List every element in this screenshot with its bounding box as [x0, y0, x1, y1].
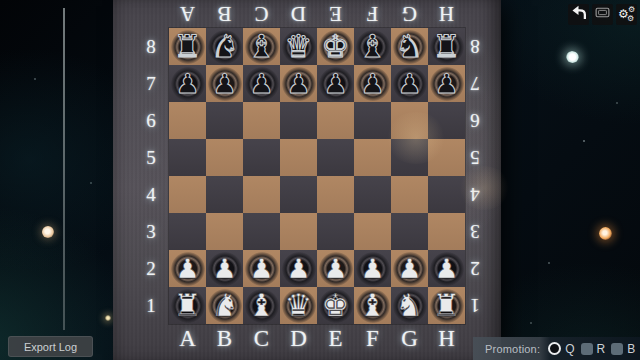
square-b4[interactable]: [206, 176, 243, 213]
rank-label-3: 3: [139, 213, 163, 250]
square-f1[interactable]: ♝: [354, 287, 391, 324]
file-label-e: E: [317, 1, 354, 26]
promotion-bar: Promotion: QRBK: [473, 337, 640, 360]
file-label-b: B: [206, 326, 243, 352]
square-b3[interactable]: [206, 213, 243, 250]
square-b5[interactable]: [206, 139, 243, 176]
promotion-option-b[interactable]: B: [611, 342, 635, 356]
settings-button[interactable]: ⚙ ⚙ ⚙: [616, 4, 637, 25]
square-d1[interactable]: ♛: [280, 287, 317, 324]
black-pawn[interactable]: ♟: [212, 65, 236, 102]
white-pawn[interactable]: ♟: [286, 250, 310, 287]
display-button[interactable]: [592, 4, 613, 25]
square-g8[interactable]: ♞: [391, 28, 428, 65]
black-rook[interactable]: ♜: [174, 28, 202, 65]
square-b6[interactable]: [206, 102, 243, 139]
black-pawn[interactable]: ♟: [175, 65, 199, 102]
white-pawn[interactable]: ♟: [360, 250, 384, 287]
file-label-g: G: [391, 1, 428, 26]
rank-label-1: 1: [463, 287, 487, 324]
star-decoration: [530, 322, 532, 324]
black-pawn[interactable]: ♟: [397, 65, 421, 102]
white-pawn[interactable]: ♟: [175, 250, 199, 287]
file-label-b: B: [206, 1, 243, 26]
square-e1[interactable]: ♚: [317, 287, 354, 324]
square-f2[interactable]: ♟: [354, 250, 391, 287]
rank-labels-right: 87654321: [463, 28, 487, 324]
rank-label-4: 4: [463, 176, 487, 213]
square-h2[interactable]: ♟: [428, 250, 465, 287]
radio-selected-icon[interactable]: [548, 342, 561, 355]
square-a2[interactable]: ♟: [169, 250, 206, 287]
square-d2[interactable]: ♟: [280, 250, 317, 287]
square-h6[interactable]: [428, 102, 465, 139]
square-g7[interactable]: ♟: [391, 65, 428, 102]
square-b2[interactable]: ♟: [206, 250, 243, 287]
square-c8[interactable]: ♝: [243, 28, 280, 65]
promotion-option-label: R: [597, 342, 606, 356]
rank-label-4: 4: [139, 176, 163, 213]
file-label-d: D: [280, 1, 317, 26]
square-e7[interactable]: ♟: [317, 65, 354, 102]
window-icon: [594, 4, 611, 25]
square-d6[interactable]: [280, 102, 317, 139]
black-knight[interactable]: ♞: [211, 28, 239, 65]
orange-planet-decoration: [599, 227, 612, 240]
square-c4[interactable]: [243, 176, 280, 213]
square-f7[interactable]: ♟: [354, 65, 391, 102]
promotion-option-r[interactable]: R: [581, 342, 606, 356]
square-c7[interactable]: ♟: [243, 65, 280, 102]
white-pawn[interactable]: ♟: [249, 250, 273, 287]
file-label-h: H: [428, 326, 465, 352]
rank-label-7: 7: [463, 65, 487, 102]
square-d3[interactable]: [280, 213, 317, 250]
board-frame: ABCDEFGH ABCDEFGH 87654321 87654321 ♜♞♝♛…: [113, 0, 501, 360]
file-label-c: C: [243, 1, 280, 26]
square-e4[interactable]: [317, 176, 354, 213]
file-label-d: D: [280, 326, 317, 352]
white-knight[interactable]: ♞: [211, 287, 239, 324]
rank-label-5: 5: [139, 139, 163, 176]
gears-icon: ⚙ ⚙ ⚙: [616, 4, 637, 25]
gear-icon: ⚙: [627, 15, 634, 23]
square-g4[interactable]: [391, 176, 428, 213]
file-label-a: A: [169, 326, 206, 352]
white-bishop[interactable]: ♝: [248, 287, 276, 324]
cream-planet-decoration: [42, 226, 54, 238]
square-c1[interactable]: ♝: [243, 287, 280, 324]
radio-unselected-icon[interactable]: [611, 343, 623, 355]
file-label-f: F: [354, 1, 391, 26]
bright-star-decoration: [566, 51, 579, 63]
black-pawn[interactable]: ♟: [286, 65, 310, 102]
star-decoration: [616, 102, 618, 104]
file-labels-top: ABCDEFGH: [169, 1, 465, 26]
square-d8[interactable]: ♛: [280, 28, 317, 65]
square-c5[interactable]: [243, 139, 280, 176]
black-bishop[interactable]: ♝: [248, 28, 276, 65]
promotion-option-q[interactable]: Q: [548, 342, 574, 356]
white-pawn[interactable]: ♟: [323, 250, 347, 287]
rank-label-3: 3: [463, 213, 487, 250]
promotion-options: QRBK: [548, 342, 640, 356]
square-h4[interactable]: [428, 176, 465, 213]
square-f4[interactable]: [354, 176, 391, 213]
black-pawn[interactable]: ♟: [360, 65, 384, 102]
rank-label-8: 8: [139, 28, 163, 65]
square-b8[interactable]: ♞: [206, 28, 243, 65]
white-rook[interactable]: ♜: [174, 287, 202, 324]
square-g6[interactable]: [391, 102, 428, 139]
rank-label-6: 6: [463, 102, 487, 139]
export-log-button[interactable]: Export Log: [8, 336, 93, 357]
white-bishop[interactable]: ♝: [359, 287, 387, 324]
square-a3[interactable]: [169, 213, 206, 250]
square-e3[interactable]: [317, 213, 354, 250]
rank-label-1: 1: [139, 287, 163, 324]
square-a7[interactable]: ♟: [169, 65, 206, 102]
square-a6[interactable]: [169, 102, 206, 139]
square-e6[interactable]: [317, 102, 354, 139]
black-pawn[interactable]: ♟: [249, 65, 273, 102]
square-b1[interactable]: ♞: [206, 287, 243, 324]
square-f3[interactable]: [354, 213, 391, 250]
rank-label-2: 2: [463, 250, 487, 287]
file-labels-bottom: ABCDEFGH: [169, 326, 465, 352]
rank-label-8: 8: [463, 28, 487, 65]
square-e5[interactable]: [317, 139, 354, 176]
square-d5[interactable]: [280, 139, 317, 176]
square-a5[interactable]: [169, 139, 206, 176]
square-g2[interactable]: ♟: [391, 250, 428, 287]
square-c3[interactable]: [243, 213, 280, 250]
file-label-c: C: [243, 326, 280, 352]
black-king[interactable]: ♚: [322, 28, 350, 65]
file-label-f: F: [354, 326, 391, 352]
white-pawn[interactable]: ♟: [212, 250, 236, 287]
white-pawn[interactable]: ♟: [397, 250, 421, 287]
star-decoration: [90, 182, 92, 184]
square-g3[interactable]: [391, 213, 428, 250]
file-label-e: E: [317, 326, 354, 352]
square-c2[interactable]: ♟: [243, 250, 280, 287]
square-g5[interactable]: [391, 139, 428, 176]
star-decoration: [583, 140, 585, 142]
log-scrollbar[interactable]: [63, 8, 65, 330]
file-label-a: A: [169, 1, 206, 26]
square-g1[interactable]: ♞: [391, 287, 428, 324]
white-rook[interactable]: ♜: [433, 287, 461, 324]
square-f6[interactable]: [354, 102, 391, 139]
game-screen: ABCDEFGH ABCDEFGH 87654321 87654321 ♜♞♝♛…: [0, 0, 640, 360]
square-e8[interactable]: ♚: [317, 28, 354, 65]
square-f5[interactable]: [354, 139, 391, 176]
rank-label-2: 2: [139, 250, 163, 287]
white-king[interactable]: ♚: [322, 287, 350, 324]
square-e2[interactable]: ♟: [317, 250, 354, 287]
square-h1[interactable]: ♜: [428, 287, 465, 324]
square-a1[interactable]: ♜: [169, 287, 206, 324]
square-h5[interactable]: [428, 139, 465, 176]
rank-labels-left: 87654321: [139, 28, 163, 324]
promotion-option-label: B: [627, 342, 635, 356]
white-knight[interactable]: ♞: [396, 287, 424, 324]
square-h8[interactable]: ♜: [428, 28, 465, 65]
black-bishop[interactable]: ♝: [359, 28, 387, 65]
star-decoration: [34, 78, 36, 80]
file-label-h: H: [428, 1, 465, 26]
square-a4[interactable]: [169, 176, 206, 213]
square-h3[interactable]: [428, 213, 465, 250]
undo-arrow-icon: [570, 4, 587, 25]
gear-icon: ⚙: [628, 6, 635, 14]
promotion-label: Promotion:: [485, 343, 540, 355]
square-f8[interactable]: ♝: [354, 28, 391, 65]
chess-board: ♜♞♝♛♚♝♞♜♟♟♟♟♟♟♟♟♟♟♟♟♟♟♟♟♜♞♝♛♚♝♞♜: [169, 28, 465, 324]
square-d4[interactable]: [280, 176, 317, 213]
black-pawn[interactable]: ♟: [323, 65, 347, 102]
black-knight[interactable]: ♞: [396, 28, 424, 65]
promotion-option-label: Q: [565, 342, 574, 356]
radio-unselected-icon[interactable]: [581, 343, 593, 355]
white-pawn[interactable]: ♟: [434, 250, 458, 287]
square-b7[interactable]: ♟: [206, 65, 243, 102]
square-h7[interactable]: ♟: [428, 65, 465, 102]
white-queen[interactable]: ♛: [285, 287, 313, 324]
file-label-g: G: [391, 326, 428, 352]
rank-label-7: 7: [139, 65, 163, 102]
black-rook[interactable]: ♜: [433, 28, 461, 65]
square-c6[interactable]: [243, 102, 280, 139]
square-d7[interactable]: ♟: [280, 65, 317, 102]
undo-button[interactable]: [568, 4, 589, 25]
toolbar: ⚙ ⚙ ⚙: [568, 4, 637, 25]
star-decoration: [548, 262, 550, 264]
black-pawn[interactable]: ♟: [434, 65, 458, 102]
square-a8[interactable]: ♜: [169, 28, 206, 65]
yellow-star-decoration: [105, 315, 111, 321]
rank-label-5: 5: [463, 139, 487, 176]
rank-label-6: 6: [139, 102, 163, 139]
black-queen[interactable]: ♛: [285, 28, 313, 65]
